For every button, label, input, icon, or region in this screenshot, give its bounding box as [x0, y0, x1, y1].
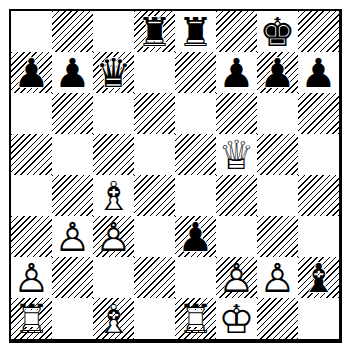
black-bishop-glyph: ♝ [298, 257, 339, 298]
square-g7[interactable]: ♟ [257, 52, 298, 93]
square-g8[interactable]: ♚ [257, 11, 298, 52]
chess-board: ♜♜♚♟♟♛♟♟♟♛♕♝♗♟♙♟♙♟♟♙♟♙♟♙♝♜♖♝♗♜♖♚♔ [9, 9, 342, 343]
black-king-icon: ♚ [257, 11, 298, 52]
white-bishop-glyph: ♗ [93, 175, 134, 216]
white-rook-icon: ♜♖ [11, 298, 52, 339]
white-queen-icon: ♛♕ [216, 134, 257, 175]
black-pawn-glyph: ♟ [216, 52, 257, 93]
white-queen-glyph: ♕ [216, 134, 257, 175]
black-bishop-icon: ♝ [298, 257, 339, 298]
square-a1[interactable]: ♜♖ [11, 298, 52, 339]
square-e5[interactable] [175, 134, 216, 175]
white-king-glyph: ♔ [216, 298, 257, 339]
square-f4[interactable] [216, 175, 257, 216]
black-pawn-glyph: ♟ [52, 52, 93, 93]
square-h7[interactable]: ♟ [298, 52, 339, 93]
black-rook-icon: ♜ [134, 11, 175, 52]
black-pawn-icon: ♟ [257, 52, 298, 93]
square-c4[interactable]: ♝♗ [93, 175, 134, 216]
square-g3[interactable] [257, 216, 298, 257]
white-pawn-glyph: ♙ [52, 216, 93, 257]
square-h4[interactable] [298, 175, 339, 216]
square-d4[interactable] [134, 175, 175, 216]
square-g6[interactable] [257, 93, 298, 134]
square-h8[interactable] [298, 11, 339, 52]
chess-diagram: ♜♜♚♟♟♛♟♟♟♛♕♝♗♟♙♟♙♟♟♙♟♙♟♙♝♜♖♝♗♜♖♚♔ [0, 0, 350, 350]
square-f6[interactable] [216, 93, 257, 134]
white-pawn-icon: ♟♙ [11, 257, 52, 298]
square-e1[interactable]: ♜♖ [175, 298, 216, 339]
white-bishop-glyph: ♗ [93, 298, 134, 339]
black-pawn-icon: ♟ [298, 52, 339, 93]
square-e8[interactable]: ♜ [175, 11, 216, 52]
black-pawn-glyph: ♟ [257, 52, 298, 93]
square-c8[interactable] [93, 11, 134, 52]
square-b1[interactable] [52, 298, 93, 339]
square-b2[interactable] [52, 257, 93, 298]
square-h6[interactable] [298, 93, 339, 134]
square-b7[interactable]: ♟ [52, 52, 93, 93]
white-rook-glyph: ♖ [11, 298, 52, 339]
white-rook-icon: ♜♖ [175, 298, 216, 339]
white-pawn-icon: ♟♙ [52, 216, 93, 257]
black-pawn-icon: ♟ [11, 52, 52, 93]
square-a4[interactable] [11, 175, 52, 216]
white-pawn-glyph: ♙ [257, 257, 298, 298]
square-c6[interactable] [93, 93, 134, 134]
square-h3[interactable] [298, 216, 339, 257]
white-pawn-icon: ♟♙ [216, 257, 257, 298]
white-bishop-icon: ♝♗ [93, 175, 134, 216]
square-f1[interactable]: ♚♔ [216, 298, 257, 339]
square-f3[interactable] [216, 216, 257, 257]
square-b3[interactable]: ♟♙ [52, 216, 93, 257]
square-d5[interactable] [134, 134, 175, 175]
black-queen-icon: ♛ [93, 52, 134, 93]
white-pawn-glyph: ♙ [93, 216, 134, 257]
white-pawn-icon: ♟♙ [93, 216, 134, 257]
white-bishop-icon: ♝♗ [93, 298, 134, 339]
square-c5[interactable] [93, 134, 134, 175]
square-b8[interactable] [52, 11, 93, 52]
square-h1[interactable] [298, 298, 339, 339]
square-c1[interactable]: ♝♗ [93, 298, 134, 339]
square-f8[interactable] [216, 11, 257, 52]
square-e7[interactable] [175, 52, 216, 93]
black-pawn-icon: ♟ [216, 52, 257, 93]
square-e2[interactable] [175, 257, 216, 298]
square-a8[interactable] [11, 11, 52, 52]
black-pawn-icon: ♟ [52, 52, 93, 93]
square-g2[interactable]: ♟♙ [257, 257, 298, 298]
black-king-glyph: ♚ [257, 11, 298, 52]
white-pawn-glyph: ♙ [216, 257, 257, 298]
white-king-icon: ♚♔ [216, 298, 257, 339]
square-e6[interactable] [175, 93, 216, 134]
white-pawn-glyph: ♙ [11, 257, 52, 298]
square-a2[interactable]: ♟♙ [11, 257, 52, 298]
square-a5[interactable] [11, 134, 52, 175]
square-f5[interactable]: ♛♕ [216, 134, 257, 175]
square-d6[interactable] [134, 93, 175, 134]
white-rook-glyph: ♖ [175, 298, 216, 339]
square-g5[interactable] [257, 134, 298, 175]
square-e4[interactable] [175, 175, 216, 216]
square-g4[interactable] [257, 175, 298, 216]
square-d8[interactable]: ♜ [134, 11, 175, 52]
square-c3[interactable]: ♟♙ [93, 216, 134, 257]
square-c7[interactable]: ♛ [93, 52, 134, 93]
square-d1[interactable] [134, 298, 175, 339]
square-c2[interactable] [93, 257, 134, 298]
black-queen-glyph: ♛ [93, 52, 134, 93]
square-e3[interactable]: ♟ [175, 216, 216, 257]
square-a6[interactable] [11, 93, 52, 134]
square-a3[interactable] [11, 216, 52, 257]
square-b6[interactable] [52, 93, 93, 134]
square-d7[interactable] [134, 52, 175, 93]
square-b5[interactable] [52, 134, 93, 175]
black-rook-glyph: ♜ [134, 11, 175, 52]
black-pawn-glyph: ♟ [175, 216, 216, 257]
white-pawn-icon: ♟♙ [257, 257, 298, 298]
square-d3[interactable] [134, 216, 175, 257]
square-h5[interactable] [298, 134, 339, 175]
black-pawn-glyph: ♟ [11, 52, 52, 93]
black-rook-icon: ♜ [175, 11, 216, 52]
black-pawn-icon: ♟ [175, 216, 216, 257]
square-f7[interactable]: ♟ [216, 52, 257, 93]
square-g1[interactable] [257, 298, 298, 339]
square-h2[interactable]: ♝ [298, 257, 339, 298]
square-a7[interactable]: ♟ [11, 52, 52, 93]
black-pawn-glyph: ♟ [298, 52, 339, 93]
square-d2[interactable] [134, 257, 175, 298]
square-b4[interactable] [52, 175, 93, 216]
black-rook-glyph: ♜ [175, 11, 216, 52]
square-f2[interactable]: ♟♙ [216, 257, 257, 298]
